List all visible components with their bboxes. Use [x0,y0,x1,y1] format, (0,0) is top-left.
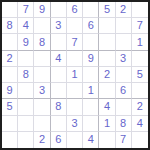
cell-r7c3[interactable] [34,99,50,115]
cell-r3c4[interactable] [51,34,67,50]
cell-r3c6[interactable] [83,34,99,50]
cell-r1c6[interactable] [83,2,99,18]
cell-r9c8[interactable]: 7 [116,132,132,148]
cell-r4c3[interactable] [34,51,50,67]
cell-r6c2[interactable] [18,83,34,99]
cell-r4c9[interactable] [132,51,148,67]
cell-r9c3[interactable]: 2 [34,132,50,148]
cell-r4c7[interactable] [99,51,115,67]
cell-r3c3[interactable]: 8 [34,34,50,50]
cell-r5c1[interactable] [2,67,18,83]
cell-r1c3[interactable]: 9 [34,2,50,18]
cell-r2c4[interactable]: 3 [51,18,67,34]
sudoku-board: 79652843679871249381259316584231842647 [0,0,150,150]
cell-r9c6[interactable]: 4 [83,132,99,148]
cell-r9c2[interactable] [18,132,34,148]
cell-r6c7[interactable] [99,83,115,99]
cell-r4c6[interactable]: 9 [83,51,99,67]
cell-r5c7[interactable]: 2 [99,67,115,83]
cell-r6c6[interactable]: 1 [83,83,99,99]
cell-r2c7[interactable] [99,18,115,34]
cell-r5c5[interactable]: 1 [67,67,83,83]
cell-r1c1[interactable] [2,2,18,18]
cell-r6c3[interactable]: 3 [34,83,50,99]
cell-r2c8[interactable] [116,18,132,34]
cell-r1c7[interactable]: 5 [99,2,115,18]
cell-r8c8[interactable]: 8 [116,116,132,132]
cell-r7c2[interactable] [18,99,34,115]
cell-r1c2[interactable]: 7 [18,2,34,18]
cell-r4c8[interactable]: 3 [116,51,132,67]
cell-r5c6[interactable] [83,67,99,83]
cell-r9c5[interactable] [67,132,83,148]
cell-r2c9[interactable]: 7 [132,18,148,34]
cell-r3c2[interactable]: 9 [18,34,34,50]
cell-r7c1[interactable]: 5 [2,99,18,115]
cell-r8c3[interactable] [34,116,50,132]
cell-r8c6[interactable] [83,116,99,132]
cell-r1c5[interactable]: 6 [67,2,83,18]
cell-r1c9[interactable] [132,2,148,18]
cell-r5c2[interactable]: 8 [18,67,34,83]
cell-r4c1[interactable]: 2 [2,51,18,67]
cell-r6c9[interactable] [132,83,148,99]
cell-r4c2[interactable] [18,51,34,67]
cell-r5c4[interactable] [51,67,67,83]
cell-r9c9[interactable] [132,132,148,148]
cell-r5c8[interactable] [116,67,132,83]
cell-r7c7[interactable]: 4 [99,99,115,115]
cell-r4c4[interactable]: 4 [51,51,67,67]
cell-r7c5[interactable] [67,99,83,115]
cell-r9c1[interactable] [2,132,18,148]
cell-r6c5[interactable] [67,83,83,99]
cell-r2c3[interactable] [34,18,50,34]
cell-r7c4[interactable]: 8 [51,99,67,115]
cell-r6c8[interactable]: 6 [116,83,132,99]
cell-r5c3[interactable] [34,67,50,83]
cell-r2c2[interactable]: 4 [18,18,34,34]
cell-r3c8[interactable] [116,34,132,50]
cell-r1c4[interactable] [51,2,67,18]
cell-r4c5[interactable] [67,51,83,67]
cell-r8c9[interactable]: 4 [132,116,148,132]
cell-r9c4[interactable]: 6 [51,132,67,148]
cell-r8c5[interactable]: 3 [67,116,83,132]
cell-r8c2[interactable] [18,116,34,132]
cell-r1c8[interactable]: 2 [116,2,132,18]
cell-r3c1[interactable] [2,34,18,50]
cell-r7c9[interactable]: 2 [132,99,148,115]
cell-r6c4[interactable] [51,83,67,99]
cell-r2c5[interactable] [67,18,83,34]
cell-r2c6[interactable]: 6 [83,18,99,34]
cell-r3c7[interactable] [99,34,115,50]
cell-r2c1[interactable]: 8 [2,18,18,34]
cell-r8c7[interactable]: 1 [99,116,115,132]
cell-r7c6[interactable] [83,99,99,115]
cell-r5c9[interactable]: 5 [132,67,148,83]
cell-r8c4[interactable] [51,116,67,132]
cell-r6c1[interactable]: 9 [2,83,18,99]
cell-r3c5[interactable]: 7 [67,34,83,50]
cell-r7c8[interactable] [116,99,132,115]
cell-r9c7[interactable] [99,132,115,148]
cell-r8c1[interactable] [2,116,18,132]
cell-r3c9[interactable]: 1 [132,34,148,50]
